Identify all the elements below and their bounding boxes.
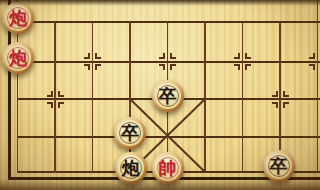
point-marker-bracket — [170, 64, 176, 70]
point-marker-bracket — [234, 53, 240, 59]
red-general-glyph: 帥 — [152, 152, 184, 184]
point-marker-bracket — [283, 91, 289, 97]
point-marker-bracket — [159, 64, 165, 70]
point-marker-bracket — [245, 64, 251, 70]
black-soldier[interactable]: 卒 — [114, 117, 146, 149]
top-edge-shadow — [0, 0, 320, 6]
file-line-7 — [242, 22, 244, 173]
point-marker-bracket — [84, 53, 90, 59]
black-cannon[interactable]: 炮 — [115, 152, 147, 184]
point-marker-bracket — [47, 91, 53, 97]
point-marker-bracket — [159, 53, 165, 59]
rank-line-7 — [17, 61, 320, 63]
file-line-3 — [92, 22, 94, 173]
black-soldier-glyph: 卒 — [152, 80, 184, 112]
point-marker-bracket — [170, 53, 176, 59]
black-soldier[interactable]: 卒 — [263, 150, 295, 182]
point-marker-bracket — [309, 53, 315, 59]
point-marker-bracket — [245, 53, 251, 59]
file-line-9 — [317, 0, 319, 173]
point-marker-bracket — [95, 64, 101, 70]
point-marker-bracket — [84, 64, 90, 70]
black-soldier[interactable]: 卒 — [152, 80, 184, 112]
red-cannon-glyph: 炮 — [2, 42, 34, 74]
point-marker-bracket — [272, 91, 278, 97]
red-general[interactable]: 帥 — [152, 152, 184, 184]
point-marker-bracket — [47, 102, 53, 108]
red-cannon-glyph: 炮 — [2, 2, 34, 34]
xiangqi-board[interactable]: 炮炮卒卒炮帥卒 — [0, 0, 320, 190]
black-soldier-glyph: 卒 — [263, 150, 295, 182]
point-marker-bracket — [58, 91, 64, 97]
file-line-2 — [54, 22, 56, 173]
point-marker-bracket — [272, 102, 278, 108]
black-cannon-glyph: 炮 — [115, 152, 147, 184]
point-marker-bracket — [309, 64, 315, 70]
point-marker-bracket — [283, 102, 289, 108]
point-marker-bracket — [234, 64, 240, 70]
black-soldier-glyph: 卒 — [114, 117, 146, 149]
rank-line-6 — [17, 21, 320, 23]
red-cannon[interactable]: 炮 — [2, 42, 34, 74]
point-marker-bracket — [95, 53, 101, 59]
red-cannon[interactable]: 炮 — [2, 2, 34, 34]
point-marker-bracket — [58, 102, 64, 108]
